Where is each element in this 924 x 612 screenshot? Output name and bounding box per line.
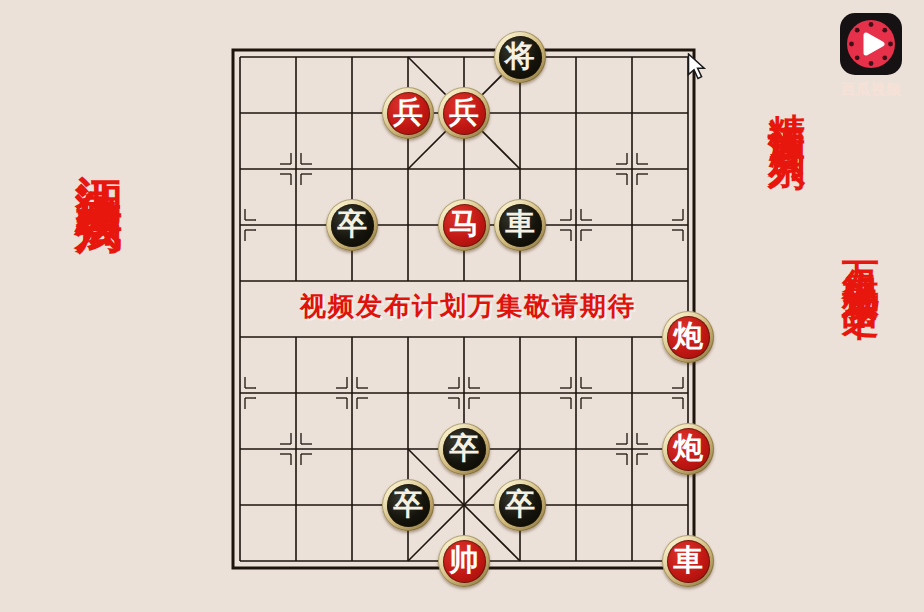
piece-glyph: 車: [505, 209, 535, 239]
piece-glyph: 卒: [449, 433, 479, 463]
piece-glyph: 兵: [449, 97, 479, 127]
piece-glyph: 車: [673, 545, 703, 575]
piece-face: 車: [499, 204, 542, 247]
piece-glyph: 兵: [393, 97, 423, 127]
piece-red-horse[interactable]: 马: [438, 199, 490, 251]
piece-face: 马: [443, 204, 486, 247]
piece-face: 卒: [387, 484, 430, 527]
piece-face: 炮: [667, 316, 710, 359]
piece-face: 卒: [331, 204, 374, 247]
piece-red-general[interactable]: 帅: [438, 535, 490, 587]
piece-black-chariot[interactable]: 車: [494, 199, 546, 251]
xiangqi-board[interactable]: 将兵兵卒马車炮卒炮卒卒帅車: [212, 29, 716, 589]
piece-glyph: 炮: [673, 321, 703, 351]
watermark-label: 西瓜视频: [836, 81, 906, 99]
piece-face: 車: [667, 540, 710, 583]
piece-red-chariot[interactable]: 車: [662, 535, 714, 587]
watermark: 西瓜视频: [836, 12, 906, 99]
piece-black-pawn[interactable]: 卒: [382, 479, 434, 531]
piece-glyph: 炮: [673, 433, 703, 463]
piece-red-pawn[interactable]: 兵: [438, 87, 490, 139]
piece-glyph: 将: [505, 41, 535, 71]
piece-face: 兵: [387, 92, 430, 135]
piece-black-pawn[interactable]: 卒: [494, 479, 546, 531]
piece-glyph: 卒: [505, 489, 535, 519]
xigua-play-icon: [839, 12, 903, 76]
video-frame: 江湖象棋残局 精讲江湖百局系列 万集视频发布之中 视频发布计划万集敬请期待 将兵…: [0, 0, 924, 612]
piece-red-pawn[interactable]: 兵: [382, 87, 434, 139]
piece-black-pawn[interactable]: 卒: [438, 423, 490, 475]
piece-glyph: 帅: [449, 545, 479, 575]
piece-black-pawn[interactable]: 卒: [326, 199, 378, 251]
piece-face: 将: [499, 36, 542, 79]
piece-red-cannon[interactable]: 炮: [662, 311, 714, 363]
piece-black-general[interactable]: 将: [494, 31, 546, 83]
piece-glyph: 卒: [393, 489, 423, 519]
piece-face: 兵: [443, 92, 486, 135]
piece-face: 卒: [443, 428, 486, 471]
piece-face: 帅: [443, 540, 486, 583]
piece-red-cannon[interactable]: 炮: [662, 423, 714, 475]
piece-glyph: 马: [449, 209, 479, 239]
piece-face: 炮: [667, 428, 710, 471]
piece-face: 卒: [499, 484, 542, 527]
piece-glyph: 卒: [337, 209, 367, 239]
mouse-cursor: [687, 53, 709, 83]
